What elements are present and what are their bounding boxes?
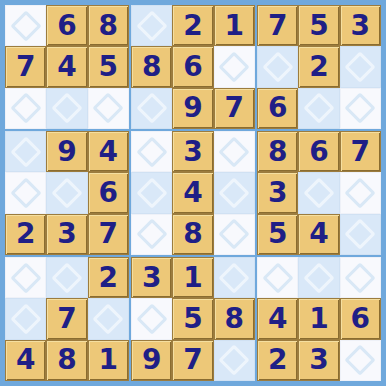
cell-r5c1[interactable] xyxy=(5,172,46,213)
cell-r8c8[interactable]: 1 xyxy=(298,298,339,339)
diamond-outline-icon xyxy=(219,51,250,82)
cell-r3c3[interactable] xyxy=(88,88,129,129)
cell-r1c6[interactable]: 1 xyxy=(214,5,255,46)
diamond-outline-icon xyxy=(303,177,334,208)
cell-r8c4[interactable] xyxy=(131,298,172,339)
cell-r8c7[interactable]: 4 xyxy=(257,298,298,339)
cell-r2c8[interactable]: 2 xyxy=(298,46,339,87)
cell-r2c4[interactable]: 8 xyxy=(131,46,172,87)
cell-r2c5[interactable]: 6 xyxy=(172,46,213,87)
cell-r8c1[interactable] xyxy=(5,298,46,339)
diamond-outline-icon xyxy=(136,93,167,124)
cell-r5c6[interactable] xyxy=(214,172,255,213)
cell-r9c9[interactable] xyxy=(340,340,381,381)
cell-r1c8[interactable]: 5 xyxy=(298,5,339,46)
cell-r6c1[interactable]: 2 xyxy=(5,214,46,255)
cell-r6c4[interactable] xyxy=(131,214,172,255)
diamond-outline-icon xyxy=(345,219,376,250)
cell-r3c5[interactable]: 9 xyxy=(172,88,213,129)
cell-r8c5[interactable]: 5 xyxy=(172,298,213,339)
diamond-outline-icon xyxy=(345,51,376,82)
diamond-outline-icon xyxy=(10,177,41,208)
box-2-2: 348 xyxy=(131,131,255,255)
cell-r1c7[interactable]: 7 xyxy=(257,5,298,46)
cell-r1c2[interactable]: 6 xyxy=(46,5,87,46)
cell-r3c2[interactable] xyxy=(46,88,87,129)
diamond-outline-icon xyxy=(262,51,293,82)
box-2-3: 867354 xyxy=(257,131,381,255)
diamond-outline-icon xyxy=(136,303,167,334)
box-1-3: 75326 xyxy=(257,5,381,129)
cell-r7c5[interactable]: 1 xyxy=(172,257,213,298)
cell-r4c6[interactable] xyxy=(214,131,255,172)
cell-r4c3[interactable]: 4 xyxy=(88,131,129,172)
cell-r8c9[interactable]: 6 xyxy=(340,298,381,339)
cell-r7c3[interactable]: 2 xyxy=(88,257,129,298)
cell-r6c9[interactable] xyxy=(340,214,381,255)
cell-r7c9[interactable] xyxy=(340,257,381,298)
cell-r9c1[interactable]: 4 xyxy=(5,340,46,381)
diamond-outline-icon xyxy=(51,93,82,124)
diamond-outline-icon xyxy=(345,262,376,293)
diamond-outline-icon xyxy=(10,136,41,167)
cell-r3c6[interactable]: 7 xyxy=(214,88,255,129)
cell-r6c7[interactable]: 5 xyxy=(257,214,298,255)
diamond-outline-icon xyxy=(10,10,41,41)
cell-r6c6[interactable] xyxy=(214,214,255,255)
diamond-outline-icon xyxy=(136,136,167,167)
diamond-outline-icon xyxy=(51,177,82,208)
cell-r5c8[interactable] xyxy=(298,172,339,213)
diamond-outline-icon xyxy=(303,93,334,124)
cell-r4c9[interactable]: 7 xyxy=(340,131,381,172)
cell-r3c4[interactable] xyxy=(131,88,172,129)
diamond-outline-icon xyxy=(219,262,250,293)
cell-r4c1[interactable] xyxy=(5,131,46,172)
cell-r6c2[interactable]: 3 xyxy=(46,214,87,255)
cell-r8c2[interactable]: 7 xyxy=(46,298,87,339)
cell-r5c3[interactable]: 6 xyxy=(88,172,129,213)
cell-r9c3[interactable]: 1 xyxy=(88,340,129,381)
cell-r9c7[interactable]: 2 xyxy=(257,340,298,381)
cell-r9c8[interactable]: 3 xyxy=(298,340,339,381)
cell-r1c5[interactable]: 2 xyxy=(172,5,213,46)
cell-r8c6[interactable]: 8 xyxy=(214,298,255,339)
diamond-outline-icon xyxy=(10,93,41,124)
sudoku-board: 6874521869775326946237348867354274813158… xyxy=(0,0,386,386)
box-2-1: 946237 xyxy=(5,131,129,255)
cell-r6c3[interactable]: 7 xyxy=(88,214,129,255)
diamond-outline-icon xyxy=(219,177,250,208)
cell-r9c4[interactable]: 9 xyxy=(131,340,172,381)
cell-r1c1[interactable] xyxy=(5,5,46,46)
diamond-outline-icon xyxy=(136,219,167,250)
cell-r5c7[interactable]: 3 xyxy=(257,172,298,213)
cell-r6c5[interactable]: 8 xyxy=(172,214,213,255)
diamond-outline-icon xyxy=(10,262,41,293)
diamond-outline-icon xyxy=(345,345,376,376)
cell-r1c9[interactable]: 3 xyxy=(340,5,381,46)
cell-r5c9[interactable] xyxy=(340,172,381,213)
cell-r9c2[interactable]: 8 xyxy=(46,340,87,381)
diamond-outline-icon xyxy=(219,219,250,250)
cell-r7c2[interactable] xyxy=(46,257,87,298)
box-3-1: 27481 xyxy=(5,257,129,381)
diamond-outline-icon xyxy=(93,93,124,124)
diamond-outline-icon xyxy=(262,262,293,293)
diamond-outline-icon xyxy=(219,136,250,167)
cell-r2c3[interactable]: 5 xyxy=(88,46,129,87)
diamond-outline-icon xyxy=(345,93,376,124)
box-3-3: 41623 xyxy=(257,257,381,381)
diamond-outline-icon xyxy=(136,177,167,208)
cell-r2c9[interactable] xyxy=(340,46,381,87)
cell-r7c8[interactable] xyxy=(298,257,339,298)
cell-r1c3[interactable]: 8 xyxy=(88,5,129,46)
cell-r4c7[interactable]: 8 xyxy=(257,131,298,172)
diamond-outline-icon xyxy=(136,10,167,41)
diamond-outline-icon xyxy=(345,177,376,208)
cell-r7c7[interactable] xyxy=(257,257,298,298)
cell-r7c1[interactable] xyxy=(5,257,46,298)
diamond-outline-icon xyxy=(10,303,41,334)
diamond-outline-icon xyxy=(93,303,124,334)
cell-r4c8[interactable]: 6 xyxy=(298,131,339,172)
cell-r7c4[interactable]: 3 xyxy=(131,257,172,298)
cell-r3c1[interactable] xyxy=(5,88,46,129)
cell-r5c5[interactable]: 4 xyxy=(172,172,213,213)
cell-r2c2[interactable]: 4 xyxy=(46,46,87,87)
box-3-2: 315897 xyxy=(131,257,255,381)
cell-r7c6[interactable] xyxy=(214,257,255,298)
cell-r1c4[interactable] xyxy=(131,5,172,46)
diamond-outline-icon xyxy=(51,262,82,293)
cell-r3c9[interactable] xyxy=(340,88,381,129)
cell-r9c6[interactable] xyxy=(214,340,255,381)
cell-r4c2[interactable]: 9 xyxy=(46,131,87,172)
cell-r8c3[interactable] xyxy=(88,298,129,339)
cell-r2c6[interactable] xyxy=(214,46,255,87)
cell-r6c8[interactable]: 4 xyxy=(298,214,339,255)
cell-r9c5[interactable]: 7 xyxy=(172,340,213,381)
cell-r5c2[interactable] xyxy=(46,172,87,213)
cell-r5c4[interactable] xyxy=(131,172,172,213)
cell-r4c5[interactable]: 3 xyxy=(172,131,213,172)
diamond-outline-icon xyxy=(303,262,334,293)
box-1-1: 68745 xyxy=(5,5,129,129)
diamond-outline-icon xyxy=(219,345,250,376)
cell-r4c4[interactable] xyxy=(131,131,172,172)
cell-r2c1[interactable]: 7 xyxy=(5,46,46,87)
box-1-2: 218697 xyxy=(131,5,255,129)
cell-r3c8[interactable] xyxy=(298,88,339,129)
cell-r3c7[interactable]: 6 xyxy=(257,88,298,129)
cell-r2c7[interactable] xyxy=(257,46,298,87)
